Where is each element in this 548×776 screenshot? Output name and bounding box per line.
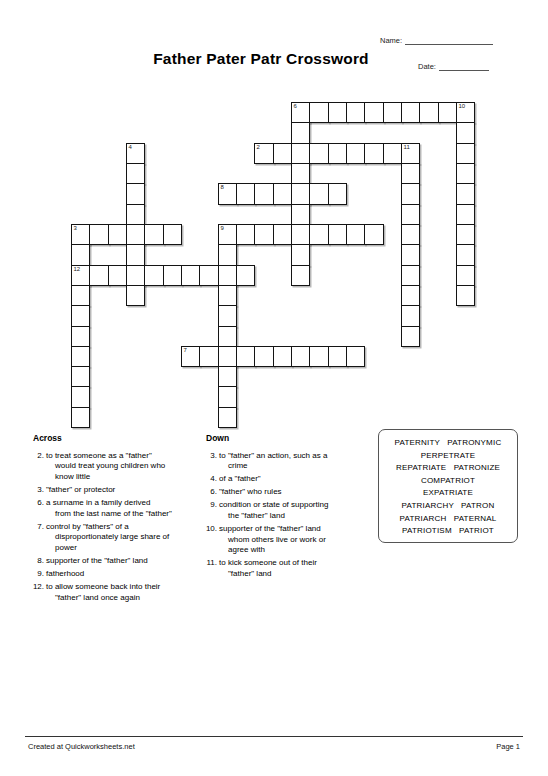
grid-cell-r8c21[interactable] <box>456 265 475 286</box>
word-bank-line-1: PATERNITY PATRONYMIC <box>379 437 517 450</box>
clue-number-4: 4 <box>129 144 132 151</box>
across-header: Across <box>33 433 196 444</box>
grid-cell-r0c17[interactable] <box>383 102 402 123</box>
across-clue-8: 8.supporter of the "father" land <box>31 556 196 567</box>
grid-cell-r12c13[interactable] <box>309 346 329 367</box>
across-clue-9: 9.fatherhood <box>31 569 196 580</box>
grid-cell-r8c7[interactable] <box>199 265 219 286</box>
grid-cell-r4c18[interactable] <box>401 183 420 205</box>
grid-cell-r2c16[interactable] <box>364 143 384 164</box>
grid-cell-r6c16[interactable] <box>364 224 384 245</box>
clue-text: to allow someone back into their "father… <box>46 582 195 603</box>
clue-text: control by "fathers" of a disproportiona… <box>46 522 195 554</box>
clue-text: a surname in a family derived from the l… <box>46 498 195 519</box>
grid-cell-r11c0[interactable] <box>71 326 90 347</box>
grid-cell-r13c0[interactable] <box>71 366 90 387</box>
clue-text: to "father" an action, such as a crime <box>219 451 368 472</box>
grid-cell-r7c8[interactable] <box>218 244 237 266</box>
clue-num-label: 6. <box>31 498 44 519</box>
grid-cell-r7c18[interactable] <box>401 244 420 266</box>
grid-cell-r6c3[interactable] <box>126 224 145 245</box>
clue-num-label: 6. <box>204 487 217 498</box>
across-clue-2: 2.to treat someone as a "father" would t… <box>31 451 196 483</box>
grid-cell-r11c8[interactable] <box>218 326 237 347</box>
grid-cell-r2c14[interactable] <box>328 143 347 164</box>
grid-cell-r15c8[interactable] <box>218 407 237 428</box>
grid-cell-r0c15[interactable] <box>346 102 365 123</box>
down-clue-3: 3.to "father" an action, such as a crime <box>204 451 369 472</box>
down-clue-4: 4.of a "father" <box>204 474 369 485</box>
clue-text: of a "father" <box>219 474 368 485</box>
crossword-grid: 6104211839127 <box>71 102 476 429</box>
grid-cell-r13c8[interactable] <box>218 366 237 387</box>
down-clue-10: 10.supporter of the "father" land whom o… <box>204 524 369 556</box>
name-blank-line[interactable] <box>405 36 493 45</box>
down-clue-list: 3.to "father" an action, such as a crime… <box>204 451 369 580</box>
across-clue-12: 12.to allow someone back into their "fat… <box>31 582 196 603</box>
grid-cell-r5c12[interactable] <box>291 204 310 225</box>
grid-cell-r3c18[interactable] <box>401 163 420 184</box>
across-clues-section: Across 2.to treat someone as a "father" … <box>31 433 196 606</box>
grid-cell-r2c3[interactable]: 4 <box>126 143 145 164</box>
grid-cell-r10c8[interactable] <box>218 305 237 327</box>
grid-cell-r4c3[interactable] <box>126 183 145 205</box>
grid-cell-r6c21[interactable] <box>456 224 475 245</box>
grid-cell-r1c12[interactable] <box>291 122 310 144</box>
grid-cell-r7c21[interactable] <box>456 244 475 266</box>
date-field[interactable]: Date: <box>418 62 489 71</box>
across-clue-3: 3."father" or protector <box>31 485 196 496</box>
grid-cell-r6c1[interactable] <box>89 224 109 245</box>
grid-cell-r8c0[interactable]: 12 <box>71 265 90 286</box>
grid-cell-r11c18[interactable] <box>401 326 420 347</box>
grid-cell-r3c3[interactable] <box>126 163 145 184</box>
grid-cell-r12c6[interactable]: 7 <box>181 346 200 367</box>
grid-cell-r12c8[interactable] <box>218 346 237 367</box>
grid-cell-r5c21[interactable] <box>456 204 475 225</box>
grid-cell-r2c11[interactable] <box>273 143 292 164</box>
clue-text: to treat someone as a "father" would tre… <box>46 451 195 483</box>
clue-number-2: 2 <box>257 144 260 151</box>
grid-cell-r6c12[interactable] <box>291 224 310 245</box>
grid-cell-r6c4[interactable] <box>144 224 164 245</box>
date-label: Date: <box>418 62 436 71</box>
word-bank-box: PATERNITY PATRONYMICPERPETRATEREPATRIATE… <box>378 429 518 543</box>
grid-cell-r6c10[interactable] <box>254 224 274 245</box>
grid-cell-r8c6[interactable] <box>181 265 200 286</box>
footer-divider <box>25 736 523 737</box>
grid-cell-r6c15[interactable] <box>346 224 365 245</box>
grid-cell-r12c11[interactable] <box>273 346 292 367</box>
grid-cell-r8c18[interactable] <box>401 265 420 286</box>
grid-cell-r2c12[interactable] <box>291 143 310 164</box>
grid-cell-r4c9[interactable] <box>236 183 255 205</box>
grid-cell-r3c21[interactable] <box>456 163 475 184</box>
across-clue-7: 7.control by "fathers" of a disproportio… <box>31 522 196 554</box>
clue-num-label: 12. <box>31 582 44 603</box>
grid-cell-r4c11[interactable] <box>273 183 292 205</box>
clue-number-8: 8 <box>221 184 224 191</box>
grid-cell-r8c8[interactable] <box>218 265 237 286</box>
clue-text: to kick someone out of their "father" la… <box>219 558 368 579</box>
clue-num-label: 3. <box>31 485 44 496</box>
word-bank-line-4: COMPATRIOT <box>379 475 517 488</box>
grid-cell-r14c8[interactable] <box>218 386 237 408</box>
clue-text: "father" or protector <box>46 485 195 496</box>
footer-credit: Created at Quickworksheets.net <box>28 742 135 751</box>
clue-number-11: 11 <box>404 144 410 151</box>
word-bank-line-6: PATRIARCHY PATRON <box>379 500 517 513</box>
clue-number-6: 6 <box>294 103 297 110</box>
clue-num-label: 4. <box>204 474 217 485</box>
grid-cell-r12c7[interactable] <box>199 346 219 367</box>
grid-cell-r0c21[interactable]: 10 <box>456 102 475 123</box>
grid-cell-r3c12[interactable] <box>291 163 310 184</box>
grid-cell-r8c4[interactable] <box>144 265 164 286</box>
word-bank-line-2: PERPETRATE <box>379 450 517 463</box>
grid-cell-r6c5[interactable] <box>163 224 182 245</box>
grid-cell-r2c17[interactable] <box>383 143 402 164</box>
clue-num-label: 10. <box>204 524 217 556</box>
grid-cell-r8c12[interactable] <box>291 265 310 286</box>
grid-cell-r6c0[interactable]: 3 <box>71 224 90 245</box>
grid-cell-r2c13[interactable] <box>309 143 329 164</box>
grid-cell-r2c18[interactable]: 11 <box>401 143 420 164</box>
grid-cell-r8c1[interactable] <box>89 265 109 286</box>
grid-cell-r6c9[interactable] <box>236 224 255 245</box>
worksheet-page: Father Pater Patr Crossword Name: Date: … <box>0 0 548 776</box>
grid-cell-r15c0[interactable] <box>71 407 90 428</box>
grid-cell-r2c10[interactable]: 2 <box>254 143 274 164</box>
clue-text: fatherhood <box>46 569 195 580</box>
clue-text: "father" who rules <box>219 487 368 498</box>
grid-cell-r12c14[interactable] <box>328 346 347 367</box>
clue-num-label: 11. <box>204 558 217 579</box>
clue-num-label: 9. <box>31 569 44 580</box>
grid-cell-r0c20[interactable] <box>438 102 457 123</box>
grid-cell-r2c15[interactable] <box>346 143 365 164</box>
name-field[interactable]: Name: <box>380 36 493 45</box>
grid-cell-r0c18[interactable] <box>401 102 420 123</box>
date-blank-line[interactable] <box>439 62 489 71</box>
grid-cell-r7c12[interactable] <box>291 244 310 266</box>
grid-cell-r0c12[interactable]: 6 <box>291 102 310 123</box>
clue-num-label: 7. <box>31 522 44 554</box>
clue-num-label: 8. <box>31 556 44 567</box>
grid-cell-r0c16[interactable] <box>364 102 384 123</box>
grid-cell-r12c12[interactable] <box>291 346 310 367</box>
grid-cell-r4c21[interactable] <box>456 183 475 205</box>
grid-cell-r6c18[interactable] <box>401 224 420 245</box>
across-clue-list: 2.to treat someone as a "father" would t… <box>31 451 196 604</box>
grid-cell-r0c19[interactable] <box>419 102 439 123</box>
grid-cell-r0c13[interactable] <box>309 102 329 123</box>
grid-cell-r8c3[interactable] <box>126 265 145 286</box>
grid-cell-r14c0[interactable] <box>71 386 90 408</box>
grid-cell-r4c14[interactable] <box>328 183 347 205</box>
clue-number-10: 10 <box>459 103 466 110</box>
word-bank-line-7: PATRIARCH PATERNAL <box>379 513 517 526</box>
grid-cell-r4c10[interactable] <box>254 183 274 205</box>
grid-cell-r12c10[interactable] <box>254 346 274 367</box>
grid-cell-r2c21[interactable] <box>456 143 475 164</box>
down-clue-6: 6."father" who rules <box>204 487 369 498</box>
grid-cell-r8c5[interactable] <box>163 265 182 286</box>
grid-cell-r9c0[interactable] <box>71 285 90 306</box>
grid-cell-r9c8[interactable] <box>218 285 237 306</box>
clue-num-label: 9. <box>204 500 217 521</box>
grid-cell-r8c9[interactable] <box>236 265 255 286</box>
grid-cell-r5c18[interactable] <box>401 204 420 225</box>
grid-cell-r8c2[interactable] <box>108 265 127 286</box>
down-clue-11: 11.to kick someone out of their "father"… <box>204 558 369 579</box>
grid-cell-r4c8[interactable]: 8 <box>218 183 237 205</box>
word-bank-line-8: PATRIOTISM PATRIOT <box>379 525 517 538</box>
across-clue-6: 6.a surname in a family derived from the… <box>31 498 196 519</box>
word-bank-line-5: EXPATRIATE <box>379 487 517 500</box>
grid-cell-r10c18[interactable] <box>401 305 420 327</box>
grid-cell-r9c3[interactable] <box>126 285 145 306</box>
down-header: Down <box>206 433 369 444</box>
clue-number-7: 7 <box>184 347 187 354</box>
footer-page-number: Page 1 <box>496 742 520 751</box>
grid-cell-r12c15[interactable] <box>346 346 365 367</box>
clue-number-12: 12 <box>74 266 81 273</box>
clue-number-3: 3 <box>74 225 77 232</box>
grid-cell-r5c3[interactable] <box>126 204 145 225</box>
grid-cell-r6c14[interactable] <box>328 224 347 245</box>
grid-cell-r10c0[interactable] <box>71 305 90 327</box>
clue-text: supporter of the "father" land <box>46 556 195 567</box>
grid-cell-r4c13[interactable] <box>309 183 329 205</box>
grid-cell-r12c9[interactable] <box>236 346 255 367</box>
clue-num-label: 2. <box>31 451 44 483</box>
name-label: Name: <box>380 36 402 45</box>
grid-cell-r6c13[interactable] <box>309 224 329 245</box>
clue-num-label: 3. <box>204 451 217 472</box>
grid-cell-r6c11[interactable] <box>273 224 292 245</box>
grid-cell-r0c14[interactable] <box>328 102 347 123</box>
grid-cell-r7c0[interactable] <box>71 244 90 266</box>
grid-cell-r9c18[interactable] <box>401 285 420 306</box>
clue-text: supporter of the "father" land whom othe… <box>219 524 368 556</box>
grid-cell-r4c12[interactable] <box>291 183 310 205</box>
grid-cell-r6c2[interactable] <box>108 224 127 245</box>
clue-text: condition or state of supporting the "fa… <box>219 500 368 521</box>
down-clues-section: Down 3.to "father" an action, such as a … <box>204 433 369 582</box>
grid-cell-r12c0[interactable] <box>71 346 90 367</box>
word-bank-line-3: REPATRIATE PATRONIZE <box>379 462 517 475</box>
grid-cell-r1c21[interactable] <box>456 122 475 144</box>
grid-cell-r6c8[interactable]: 9 <box>218 224 237 245</box>
grid-cell-r9c21[interactable] <box>456 285 475 306</box>
clue-number-9: 9 <box>221 225 224 232</box>
grid-cell-r7c3[interactable] <box>126 244 145 266</box>
down-clue-9: 9.condition or state of supporting the "… <box>204 500 369 521</box>
